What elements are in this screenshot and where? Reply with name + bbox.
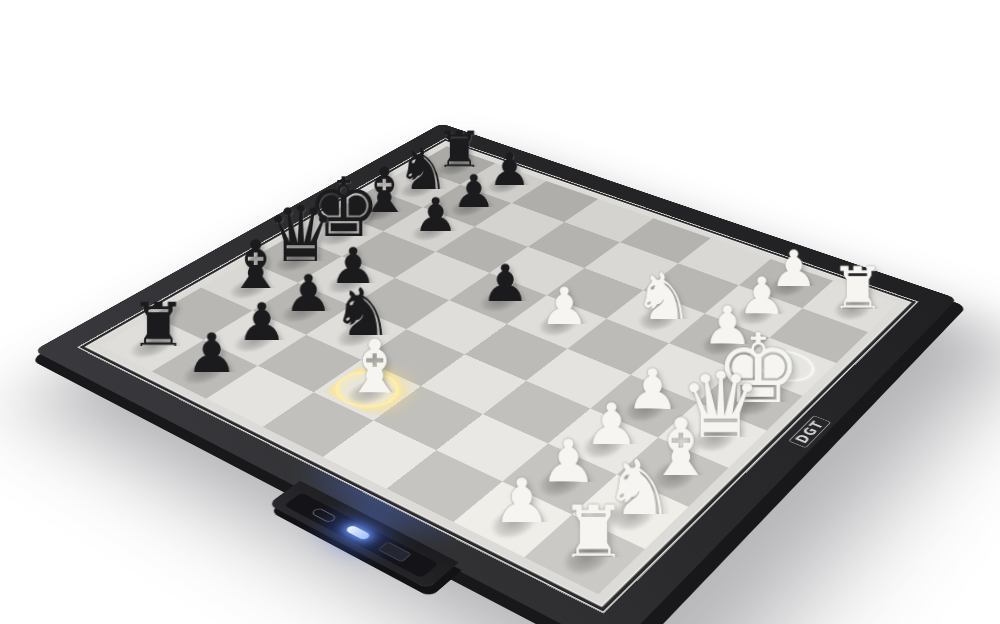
piece-black-pawn[interactable]: ♟ (154, 215, 269, 372)
module-button[interactable] (377, 542, 411, 563)
board-grid: ♜♝♛♚♝♞♜♟♟♟♟♟♟♟♞♝♟♟♞♟♟♟♟♟♟♟♜♞♝♛♚♜ (87, 136, 934, 615)
play-area: ♜♝♛♚♝♞♜♟♟♟♟♟♟♟♞♝♟♟♞♟♟♟♟♟♟♟♜♞♝♛♚♜ (87, 142, 910, 606)
usb-port (310, 507, 337, 523)
product-photo-dgt-electronic-chessboard: { "game": "chess", "device": { "logo_tex… (0, 0, 1000, 624)
piece-white-bishop[interactable]: ♝ (316, 233, 433, 393)
square-a1[interactable]: ♜ (524, 514, 645, 594)
piece-white-rook[interactable]: ♜ (804, 161, 912, 309)
board-scene: ♜♝♛♚♝♞♜♟♟♟♟♟♟♟♞♝♟♟♞♟♟♟♟♟♟♟♜♞♝♛♚♜ DGT (0, 0, 1000, 624)
board-frame: ♜♝♛♚♝♞♜♟♟♟♟♟♟♟♞♝♟♟♞♟♟♟♟♟♟♟♜♞♝♛♚♜ DGT (33, 123, 957, 624)
piece-white-rook[interactable]: ♜ (526, 374, 661, 558)
status-led-blue (344, 525, 371, 541)
square-a7[interactable]: ♟ (152, 340, 258, 398)
